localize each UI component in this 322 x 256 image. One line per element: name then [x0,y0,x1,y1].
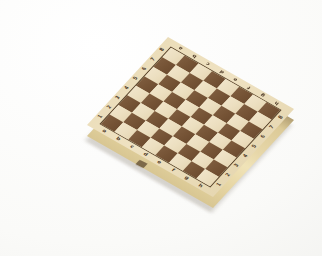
board-grid [99,47,281,188]
product-photo-background: abcdefgh abcdefgh 87654321 87654321 [0,0,322,256]
rank-label-6-right: 6 [254,130,272,142]
rank-label-2-left: 2 [100,101,118,113]
rank-label-4-right: 4 [236,149,254,161]
rank-label-3-left: 3 [109,91,127,103]
rank-label-7-right: 7 [263,121,281,133]
rank-label-5-left: 5 [127,72,145,84]
rank-label-4-left: 4 [118,82,136,94]
rank-label-7-left: 7 [144,53,162,65]
rank-label-2-right: 2 [219,169,237,181]
rank-label-1-left: 1 [91,110,109,122]
rank-label-1-right: 1 [210,178,228,190]
rank-label-8-right: 8 [272,111,290,123]
rank-label-6-left: 6 [135,62,153,74]
chess-board: abcdefgh abcdefgh 87654321 87654321 [87,37,294,197]
rank-label-8-left: 8 [153,43,171,55]
rank-label-3-right: 3 [228,159,246,171]
rank-label-5-right: 5 [245,140,263,152]
